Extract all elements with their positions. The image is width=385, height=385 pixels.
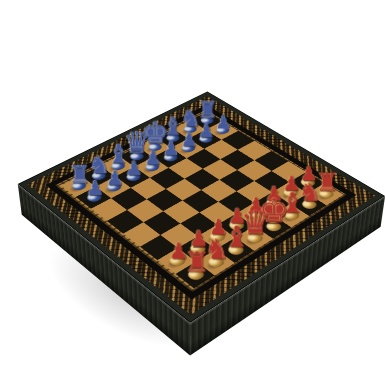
square-c7 xyxy=(115,167,150,188)
piece-glyph: ♟ xyxy=(74,179,114,198)
square-g5 xyxy=(221,150,255,170)
square-e7 xyxy=(153,148,187,168)
piece-shadow xyxy=(155,151,182,167)
ornate-gold-border: ♜♞♝♛♚♝♞♜♟♟♟♟♟♟♟♟♟♟♟♟♟♟♟♟♜♞♝♛♚♝♞♜ xyxy=(28,96,376,315)
square-f8 xyxy=(156,129,189,148)
piece-base xyxy=(123,171,142,183)
piece-base xyxy=(163,133,181,144)
square-f4 xyxy=(220,170,255,191)
square-f6 xyxy=(187,149,221,169)
perspective-container: ♜♞♝♛♚♝♞♜♟♟♟♟♟♟♟♟♟♟♟♟♟♟♟♟♜♞♝♛♚♝♞♜ xyxy=(0,0,385,385)
piece-shadow xyxy=(157,132,184,147)
piece-shadow xyxy=(102,160,130,176)
piece-glyph: ♞ xyxy=(172,108,209,130)
piece-glyph: ♟ xyxy=(187,122,224,140)
chess-case-top: ♜♞♝♛♚♝♞♜♟♟♟♟♟♟♟♟♟♟♟♟♟♟♟♟♜♞♝♛♚♝♞♜ xyxy=(18,91,385,323)
piece-base xyxy=(196,134,214,145)
square-h4 xyxy=(255,151,289,171)
square-d7 xyxy=(134,157,168,178)
piece-shadow xyxy=(173,142,200,157)
product-photo: ♜♞♝♛♚♝♞♜♟♟♟♟♟♟♟♟♟♟♟♟♟♟♟♟♜♞♝♛♚♝♞♜ xyxy=(0,0,385,385)
piece-base xyxy=(127,151,146,162)
square-e6 xyxy=(169,158,203,179)
piece-shadow xyxy=(192,115,218,129)
piece-base xyxy=(145,142,164,153)
square-e5 xyxy=(185,169,220,190)
square-g7 xyxy=(189,130,222,149)
square-c6 xyxy=(131,178,166,200)
piece-glyph: ♟ xyxy=(114,159,153,178)
square-h7 xyxy=(206,121,239,140)
square-f7 xyxy=(171,139,204,158)
square-e8 xyxy=(138,138,171,157)
piece-glyph: ♚ xyxy=(136,119,174,148)
piece-glyph: ♝ xyxy=(154,115,191,139)
square-g6 xyxy=(204,140,237,160)
piece-shadow xyxy=(121,150,149,166)
piece-glyph: ♟ xyxy=(151,140,189,158)
piece-glyph: ♟ xyxy=(133,149,172,167)
square-c8 xyxy=(100,156,134,176)
piece-shadow xyxy=(208,125,234,140)
piece-glyph: ♟ xyxy=(169,131,207,149)
square-h6 xyxy=(222,131,255,150)
piece-base xyxy=(180,124,198,134)
piece-glyph: ♜ xyxy=(174,249,218,275)
piece-base xyxy=(160,152,179,163)
piece-glyph: ♜ xyxy=(189,100,225,122)
square-d6 xyxy=(150,168,185,189)
square-g4 xyxy=(237,160,271,181)
square-f5 xyxy=(203,159,237,180)
square-d8 xyxy=(119,147,153,167)
square-g8 xyxy=(173,120,205,138)
piece-base xyxy=(142,161,161,172)
piece-glyph: ♝ xyxy=(99,142,138,167)
piece-shadow xyxy=(175,124,201,139)
piece-glyph: ♛ xyxy=(118,129,156,157)
piece-base xyxy=(178,143,197,154)
piece-base xyxy=(198,115,216,125)
piece-base xyxy=(108,160,127,171)
piece-base xyxy=(213,125,231,135)
square-h8 xyxy=(190,112,222,130)
piece-glyph: ♞ xyxy=(79,153,118,176)
square-h5 xyxy=(238,141,272,161)
piece-shadow xyxy=(117,170,145,187)
piece-shadow xyxy=(136,161,164,177)
piece-shadow xyxy=(139,141,166,156)
piece-glyph: ♟ xyxy=(204,113,241,131)
piece-shadow xyxy=(190,133,217,148)
